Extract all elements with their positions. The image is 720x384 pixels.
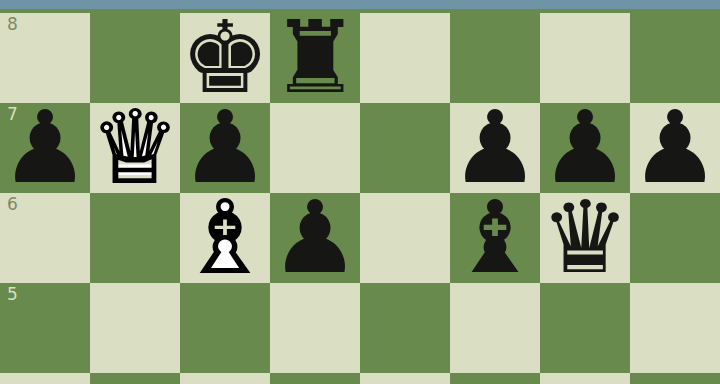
- square-a7[interactable]: 7♟: [0, 103, 90, 193]
- square-h6[interactable]: [630, 193, 720, 283]
- status-bar: [0, 0, 720, 9]
- black-pawn-glyph: ♟: [270, 193, 360, 283]
- rank-label-8: 8: [7, 16, 18, 33]
- rank-label-5: 5: [7, 286, 18, 303]
- black-pawn[interactable]: ♟: [270, 193, 360, 283]
- square-f6[interactable]: ♝: [450, 193, 540, 283]
- square-d6[interactable]: ♟: [270, 193, 360, 283]
- square-d5[interactable]: [270, 283, 360, 373]
- black-bishop[interactable]: ♝: [450, 193, 540, 283]
- black-bishop-glyph: ♝: [450, 193, 540, 283]
- black-queen[interactable]: ♛: [540, 193, 630, 283]
- square-h7[interactable]: ♟: [630, 103, 720, 193]
- black-queen-glyph: ♛: [540, 193, 630, 283]
- square-d4[interactable]: [270, 373, 360, 384]
- square-e4[interactable]: [360, 373, 450, 384]
- square-f4[interactable]: [450, 373, 540, 384]
- black-pawn-glyph: ♟: [630, 103, 720, 193]
- square-f5[interactable]: [450, 283, 540, 373]
- white-queen[interactable]: ♛♕: [90, 103, 180, 193]
- square-b4[interactable]: [90, 373, 180, 384]
- square-b6[interactable]: [90, 193, 180, 283]
- square-b7[interactable]: ♛♕: [90, 103, 180, 193]
- square-h4[interactable]: [630, 373, 720, 384]
- square-e8[interactable]: [360, 13, 450, 103]
- rank-label-6: 6: [7, 196, 18, 213]
- square-e5[interactable]: [360, 283, 450, 373]
- chess-app-screen: 8♚♜7♟♛♕♟♟♟♟6♝♗♟♝♛5: [0, 0, 720, 384]
- square-b5[interactable]: [90, 283, 180, 373]
- square-e7[interactable]: [360, 103, 450, 193]
- black-rook[interactable]: ♜: [270, 13, 360, 103]
- rank-label-7: 7: [7, 106, 18, 123]
- square-a5[interactable]: 5: [0, 283, 90, 373]
- black-rook-glyph: ♜: [270, 13, 360, 103]
- square-g5[interactable]: [540, 283, 630, 373]
- white-bishop-outline: ♗: [180, 193, 270, 283]
- square-g6[interactable]: ♛: [540, 193, 630, 283]
- white-queen-outline: ♕: [90, 103, 180, 193]
- square-h5[interactable]: [630, 283, 720, 373]
- chess-board: 8♚♜7♟♛♕♟♟♟♟6♝♗♟♝♛5: [0, 13, 720, 384]
- square-e6[interactable]: [360, 193, 450, 283]
- square-g4[interactable]: [540, 373, 630, 384]
- white-bishop[interactable]: ♝♗: [180, 193, 270, 283]
- square-c6[interactable]: ♝♗: [180, 193, 270, 283]
- black-pawn[interactable]: ♟: [630, 103, 720, 193]
- square-a4[interactable]: [0, 373, 90, 384]
- square-a6[interactable]: 6: [0, 193, 90, 283]
- square-d8[interactable]: ♜: [270, 13, 360, 103]
- square-c4[interactable]: [180, 373, 270, 384]
- square-c5[interactable]: [180, 283, 270, 373]
